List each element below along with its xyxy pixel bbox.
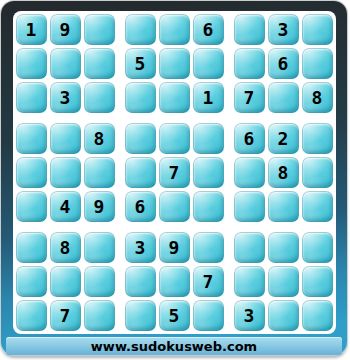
- cell-r8c5[interactable]: [159, 266, 190, 297]
- cell-r1c9[interactable]: [302, 14, 333, 45]
- cell-r1c4[interactable]: [125, 14, 156, 45]
- box-3-2: 3975: [125, 232, 224, 331]
- cell-r3c7[interactable]: 7: [234, 82, 265, 113]
- cell-r5c8[interactable]: 8: [268, 157, 299, 188]
- cell-r4c4[interactable]: [125, 123, 156, 154]
- cell-r3c4[interactable]: [125, 82, 156, 113]
- cell-r9c8[interactable]: [268, 300, 299, 331]
- cell-r8c4[interactable]: [125, 266, 156, 297]
- cell-r6c4[interactable]: 6: [125, 191, 156, 222]
- cell-r9c4[interactable]: [125, 300, 156, 331]
- cell-r2c6[interactable]: [193, 48, 224, 79]
- cell-r8c8[interactable]: [268, 266, 299, 297]
- box-2-3: 628: [234, 123, 333, 222]
- board-frame: 1936513678849766288739753 www.sudokusweb…: [1, 1, 347, 355]
- cell-r5c2[interactable]: [50, 157, 81, 188]
- cell-r5c3[interactable]: [84, 157, 115, 188]
- cell-r1c5[interactable]: [159, 14, 190, 45]
- cell-r3c1[interactable]: [16, 82, 47, 113]
- cell-r2c2[interactable]: [50, 48, 81, 79]
- cell-r6c9[interactable]: [302, 191, 333, 222]
- cell-r5c1[interactable]: [16, 157, 47, 188]
- cell-r2c8[interactable]: 6: [268, 48, 299, 79]
- cell-r3c2[interactable]: 3: [50, 82, 81, 113]
- cell-r3c5[interactable]: [159, 82, 190, 113]
- cell-r3c9[interactable]: 8: [302, 82, 333, 113]
- cell-r5c6[interactable]: [193, 157, 224, 188]
- cell-r8c6[interactable]: 7: [193, 266, 224, 297]
- cell-r7c2[interactable]: 8: [50, 232, 81, 263]
- cell-r4c6[interactable]: [193, 123, 224, 154]
- cell-r6c3[interactable]: 9: [84, 191, 115, 222]
- cell-r9c7[interactable]: 3: [234, 300, 265, 331]
- cell-r4c7[interactable]: 6: [234, 123, 265, 154]
- sudoku-grid: 1936513678849766288739753: [13, 11, 336, 334]
- cell-r4c5[interactable]: [159, 123, 190, 154]
- cell-r2c4[interactable]: 5: [125, 48, 156, 79]
- cell-r4c1[interactable]: [16, 123, 47, 154]
- cell-r2c7[interactable]: [234, 48, 265, 79]
- cell-r1c6[interactable]: 6: [193, 14, 224, 45]
- cell-r2c1[interactable]: [16, 48, 47, 79]
- cell-r8c2[interactable]: [50, 266, 81, 297]
- cell-r1c1[interactable]: 1: [16, 14, 47, 45]
- cell-r3c6[interactable]: 1: [193, 82, 224, 113]
- cell-r1c3[interactable]: [84, 14, 115, 45]
- cell-r4c3[interactable]: 8: [84, 123, 115, 154]
- cell-r6c5[interactable]: [159, 191, 190, 222]
- cell-r3c8[interactable]: [268, 82, 299, 113]
- box-1-3: 3678: [234, 14, 333, 113]
- cell-r5c9[interactable]: [302, 157, 333, 188]
- cell-r2c9[interactable]: [302, 48, 333, 79]
- box-1-2: 651: [125, 14, 224, 113]
- cell-r4c2[interactable]: [50, 123, 81, 154]
- cell-r7c3[interactable]: [84, 232, 115, 263]
- cell-r1c7[interactable]: [234, 14, 265, 45]
- cell-r9c9[interactable]: [302, 300, 333, 331]
- cell-r9c1[interactable]: [16, 300, 47, 331]
- cell-r8c7[interactable]: [234, 266, 265, 297]
- cell-r3c3[interactable]: [84, 82, 115, 113]
- box-2-2: 76: [125, 123, 224, 222]
- cell-r7c7[interactable]: [234, 232, 265, 263]
- cell-r5c5[interactable]: 7: [159, 157, 190, 188]
- box-2-1: 849: [16, 123, 115, 222]
- sudoku-screenshot: 1936513678849766288739753 www.sudokusweb…: [0, 0, 350, 360]
- cell-r4c9[interactable]: [302, 123, 333, 154]
- cell-r6c8[interactable]: [268, 191, 299, 222]
- cell-r8c3[interactable]: [84, 266, 115, 297]
- cell-r6c6[interactable]: [193, 191, 224, 222]
- cell-r7c5[interactable]: 9: [159, 232, 190, 263]
- site-url-bar: www.sudokusweb.com: [6, 337, 342, 355]
- cell-r6c7[interactable]: [234, 191, 265, 222]
- box-3-1: 87: [16, 232, 115, 331]
- cell-r8c1[interactable]: [16, 266, 47, 297]
- cell-r4c8[interactable]: 2: [268, 123, 299, 154]
- cell-r5c4[interactable]: [125, 157, 156, 188]
- cell-r7c4[interactable]: 3: [125, 232, 156, 263]
- cell-r2c3[interactable]: [84, 48, 115, 79]
- cell-r9c6[interactable]: [193, 300, 224, 331]
- cell-r9c5[interactable]: 5: [159, 300, 190, 331]
- cell-r6c2[interactable]: 4: [50, 191, 81, 222]
- cell-r7c6[interactable]: [193, 232, 224, 263]
- cell-r8c9[interactable]: [302, 266, 333, 297]
- cell-r5c7[interactable]: [234, 157, 265, 188]
- box-3-3: 3: [234, 232, 333, 331]
- cell-r1c8[interactable]: 3: [268, 14, 299, 45]
- cell-r9c2[interactable]: 7: [50, 300, 81, 331]
- site-url-text: www.sudokusweb.com: [91, 340, 257, 353]
- cell-r9c3[interactable]: [84, 300, 115, 331]
- cell-r6c1[interactable]: [16, 191, 47, 222]
- cell-r2c5[interactable]: [159, 48, 190, 79]
- cell-r7c9[interactable]: [302, 232, 333, 263]
- cell-r1c2[interactable]: 9: [50, 14, 81, 45]
- cell-r7c8[interactable]: [268, 232, 299, 263]
- cell-r7c1[interactable]: [16, 232, 47, 263]
- box-1-1: 193: [16, 14, 115, 113]
